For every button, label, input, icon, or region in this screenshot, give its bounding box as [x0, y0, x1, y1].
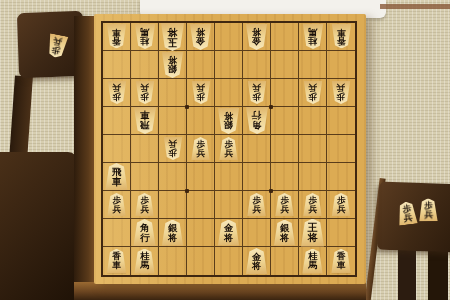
piece-kanji: 兵: [309, 205, 317, 213]
piece-kanji: 飛: [140, 121, 149, 130]
board-square-r6-c7[interactable]: [271, 163, 299, 191]
board-square-r8-c1[interactable]: [103, 219, 131, 247]
piece-kanji: 兵: [53, 37, 62, 47]
board-square-r3-c2[interactable]: 歩兵: [131, 79, 159, 107]
shogi-piece-金将-gote[interactable]: 金将: [245, 24, 268, 50]
piece-kanji: 桂: [140, 37, 149, 46]
shogi-piece-玉将-gote[interactable]: 玉将: [160, 23, 185, 51]
right-komadai-tray: 歩兵歩兵: [377, 182, 450, 253]
board-square-r5-c3[interactable]: 歩兵: [159, 135, 187, 163]
board-square-r8-c3[interactable]: 銀将: [159, 219, 187, 247]
shogi-piece-歩兵-sente[interactable]: 歩兵: [418, 198, 438, 221]
shogi-piece-歩兵-gote[interactable]: 歩兵: [163, 137, 183, 160]
board-square-r1-c4[interactable]: 金将: [187, 23, 215, 51]
right-komadai-leg: [428, 248, 448, 300]
board-square-r7-c4[interactable]: [187, 191, 215, 219]
piece-kanji: 香: [112, 37, 120, 46]
board-square-r2-c4[interactable]: [187, 51, 215, 79]
piece-kanji: 将: [308, 233, 318, 243]
piece-kanji: 馬: [308, 261, 317, 270]
piece-kanji: 桂: [308, 37, 317, 46]
shogi-piece-歩兵-sente[interactable]: 歩兵: [45, 33, 69, 59]
board-square-r6-c4[interactable]: [187, 163, 215, 191]
shogi-piece-桂馬-sente[interactable]: 桂馬: [134, 249, 156, 274]
board-square-r8-c2[interactable]: 角行: [131, 219, 159, 247]
shogi-piece-桂馬-sente[interactable]: 桂馬: [302, 249, 324, 274]
board-square-r6-c5[interactable]: [215, 163, 243, 191]
piece-kanji: 兵: [225, 149, 233, 157]
board-square-r2-c9[interactable]: [327, 51, 355, 79]
right-komadai-leg: [398, 248, 416, 300]
board-square-r4-c7[interactable]: [271, 107, 299, 135]
piece-kanji: 兵: [113, 84, 121, 92]
board-square-r5-c6[interactable]: [243, 135, 271, 163]
board-square-r9-c4[interactable]: [187, 247, 215, 275]
board-square-r5-c7[interactable]: [271, 135, 299, 163]
board-square-r6-c6[interactable]: [243, 163, 271, 191]
shogi-piece-香車-gote[interactable]: 香車: [331, 24, 352, 49]
shogi-piece-歩兵-gote[interactable]: 歩兵: [331, 81, 351, 104]
piece-kanji: 馬: [140, 28, 149, 37]
piece-kanji: 兵: [424, 210, 432, 218]
piece-kanji: 歩: [253, 93, 261, 101]
board-square-r4-c9[interactable]: [327, 107, 355, 135]
board-square-r1-c6[interactable]: 金将: [243, 23, 271, 51]
piece-kanji: 将: [168, 55, 177, 64]
piece-kanji: 馬: [140, 261, 149, 270]
piece-kanji: 角: [252, 121, 261, 130]
piece-kanji: 兵: [113, 205, 121, 213]
board-square-r4-c2[interactable]: 飛車: [131, 107, 159, 135]
piece-kanji: 兵: [141, 205, 149, 213]
piece-kanji: 兵: [337, 84, 345, 92]
board-square-r1-c5[interactable]: [215, 23, 243, 51]
shogi-piece-歩兵-sente[interactable]: 歩兵: [247, 193, 267, 216]
board-front-face: [74, 282, 366, 300]
board-square-r9-c1[interactable]: 香車: [103, 247, 131, 275]
shogi-piece-歩兵-gote[interactable]: 歩兵: [247, 81, 267, 104]
shogi-piece-桂馬-gote[interactable]: 桂馬: [302, 24, 324, 49]
piece-kanji: 兵: [281, 205, 289, 213]
board-square-r8-c4[interactable]: [187, 219, 215, 247]
board-square-r6-c2[interactable]: [131, 163, 159, 191]
board-square-r1-c7[interactable]: [271, 23, 299, 51]
piece-kanji: 将: [252, 261, 261, 270]
shogi-piece-飛車-gote[interactable]: 飛車: [133, 107, 157, 134]
board-square-r2-c5[interactable]: [215, 51, 243, 79]
piece-kanji: 香: [337, 37, 345, 46]
piece-kanji: 歩: [309, 93, 317, 101]
board-square-r4-c6[interactable]: 角行: [243, 107, 271, 135]
board-square-r7-c5[interactable]: [215, 191, 243, 219]
piece-kanji: 行: [252, 111, 261, 120]
shogi-piece-歩兵-sente[interactable]: 歩兵: [303, 193, 323, 216]
board-square-r2-c6[interactable]: [243, 51, 271, 79]
board-square-r8-c5[interactable]: 金将: [215, 219, 243, 247]
board-square-r3-c7[interactable]: [271, 79, 299, 107]
piece-kanji: 兵: [253, 84, 261, 92]
shogi-piece-王将-sente[interactable]: 王将: [300, 219, 325, 247]
piece-kanji: 行: [140, 233, 149, 242]
board-square-r7-c1[interactable]: 歩兵: [103, 191, 131, 219]
board-square-r1-c2[interactable]: 桂馬: [131, 23, 159, 51]
board-square-r5-c8[interactable]: [299, 135, 327, 163]
board-square-r3-c6[interactable]: 歩兵: [243, 79, 271, 107]
shogi-piece-桂馬-gote[interactable]: 桂馬: [134, 24, 156, 49]
board-square-r1-c1[interactable]: 香車: [103, 23, 131, 51]
piece-kanji: 車: [337, 261, 345, 270]
piece-kanji: 兵: [309, 84, 317, 92]
piece-kanji: 兵: [169, 140, 177, 148]
shogi-piece-歩兵-sente[interactable]: 歩兵: [135, 193, 155, 216]
shogi-piece-銀将-gote[interactable]: 銀将: [161, 52, 184, 78]
piece-kanji: 車: [112, 177, 121, 186]
board-square-r3-c5[interactable]: [215, 79, 243, 107]
shogi-piece-香車-sente[interactable]: 香車: [331, 249, 352, 274]
board-square-r7-c7[interactable]: 歩兵: [271, 191, 299, 219]
board-square-r1-c8[interactable]: 桂馬: [299, 23, 327, 51]
piece-kanji: 馬: [308, 28, 317, 37]
board-square-r5-c5[interactable]: 歩兵: [215, 135, 243, 163]
shogi-piece-角行-sente[interactable]: 角行: [133, 219, 157, 246]
board-square-r8-c6[interactable]: [243, 219, 271, 247]
piece-kanji: 車: [337, 28, 345, 37]
board-square-r7-c9[interactable]: 歩兵: [327, 191, 355, 219]
left-komadai-leg: [9, 75, 33, 160]
board-square-r8-c8[interactable]: 王将: [299, 219, 327, 247]
piece-kanji: 歩: [197, 93, 205, 101]
shogi-piece-歩兵-sente[interactable]: 歩兵: [396, 200, 419, 225]
board-square-r5-c9[interactable]: [327, 135, 355, 163]
shogi-piece-歩兵-sente[interactable]: 歩兵: [191, 137, 211, 160]
shogi-piece-銀将-gote[interactable]: 銀将: [217, 108, 240, 134]
piece-kanji: 歩: [141, 93, 149, 101]
board-square-r5-c1[interactable]: [103, 135, 131, 163]
piece-kanji: 歩: [113, 93, 121, 101]
piece-kanji: 兵: [253, 205, 261, 213]
board-square-r1-c9[interactable]: 香車: [327, 23, 355, 51]
piece-kanji: 将: [224, 111, 233, 120]
piece-kanji: 兵: [337, 205, 345, 213]
board-square-r7-c3[interactable]: [159, 191, 187, 219]
piece-kanji: 歩: [169, 149, 177, 157]
piece-kanji: 車: [112, 28, 120, 37]
board-square-r6-c9[interactable]: [327, 163, 355, 191]
piece-kanji: 将: [224, 233, 233, 242]
shogi-piece-銀将-sente[interactable]: 銀将: [273, 220, 296, 246]
board-square-r4-c4[interactable]: [187, 107, 215, 135]
shogi-piece-香車-sente[interactable]: 香車: [106, 249, 127, 274]
shogi-piece-銀将-sente[interactable]: 銀将: [161, 220, 184, 246]
shogi-piece-歩兵-sente[interactable]: 歩兵: [331, 193, 351, 216]
shogi-piece-歩兵-gote[interactable]: 歩兵: [191, 81, 211, 104]
piece-kanji: 将: [252, 27, 261, 36]
board-square-r7-c8[interactable]: 歩兵: [299, 191, 327, 219]
board-square-r9-c9[interactable]: 香車: [327, 247, 355, 275]
board-square-r2-c3[interactable]: 銀将: [159, 51, 187, 79]
piece-kanji: 車: [140, 111, 149, 120]
board-square-r4-c8[interactable]: [299, 107, 327, 135]
piece-kanji: 兵: [197, 149, 205, 157]
board-square-r9-c5[interactable]: [215, 247, 243, 275]
board-square-r7-c2[interactable]: 歩兵: [131, 191, 159, 219]
piece-kanji: 車: [112, 261, 120, 270]
board-square-r2-c8[interactable]: [299, 51, 327, 79]
shogi-piece-香車-gote[interactable]: 香車: [106, 24, 127, 49]
board-square-r9-c6[interactable]: 金将: [243, 247, 271, 275]
shogi-piece-歩兵-gote[interactable]: 歩兵: [135, 81, 155, 104]
board-square-r1-c3[interactable]: 玉将: [159, 23, 187, 51]
piece-kanji: 将: [280, 233, 289, 242]
shogi-piece-角行-gote[interactable]: 角行: [245, 107, 269, 134]
board-square-r3-c9[interactable]: 歩兵: [327, 79, 355, 107]
board-square-r4-c5[interactable]: 銀将: [215, 107, 243, 135]
board-square-r2-c2[interactable]: [131, 51, 159, 79]
shogi-piece-金将-gote[interactable]: 金将: [189, 24, 212, 50]
shogi-piece-歩兵-sente[interactable]: 歩兵: [107, 193, 127, 216]
board-square-r9-c7[interactable]: [271, 247, 299, 275]
shogi-piece-歩兵-gote[interactable]: 歩兵: [107, 81, 127, 104]
board-square-r6-c3[interactable]: [159, 163, 187, 191]
board-square-r3-c1[interactable]: 歩兵: [103, 79, 131, 107]
board-square-r9-c8[interactable]: 桂馬: [299, 247, 327, 275]
board-square-r2-c7[interactable]: [271, 51, 299, 79]
right-komadai: 歩兵歩兵: [377, 182, 450, 253]
board-square-r9-c3[interactable]: [159, 247, 187, 275]
board-square-r9-c2[interactable]: 桂馬: [131, 247, 159, 275]
shogi-piece-歩兵-sente[interactable]: 歩兵: [219, 137, 239, 160]
tatami-edge-trim: [380, 4, 450, 9]
piece-kanji: 兵: [197, 84, 205, 92]
board-square-r5-c2[interactable]: [131, 135, 159, 163]
board-square-r3-c8[interactable]: 歩兵: [299, 79, 327, 107]
shogi-piece-金将-sente[interactable]: 金将: [245, 248, 268, 274]
shogi-piece-飛車-sente[interactable]: 飛車: [105, 163, 129, 190]
piece-kanji: 歩: [337, 93, 345, 101]
board-square-r4-c3[interactable]: [159, 107, 187, 135]
board-square-r3-c3[interactable]: [159, 79, 187, 107]
board-square-r4-c1[interactable]: [103, 107, 131, 135]
shogi-piece-金将-sente[interactable]: 金将: [217, 220, 240, 246]
board-square-r3-c4[interactable]: 歩兵: [187, 79, 215, 107]
left-stool: [0, 152, 78, 300]
piece-kanji: 将: [196, 27, 205, 36]
board-square-r8-c9[interactable]: [327, 219, 355, 247]
piece-kanji: 兵: [403, 213, 412, 222]
shogi-piece-歩兵-sente[interactable]: 歩兵: [275, 193, 295, 216]
board-square-r7-c6[interactable]: 歩兵: [243, 191, 271, 219]
piece-kanji: 兵: [141, 84, 149, 92]
board-square-r6-c8[interactable]: [299, 163, 327, 191]
shogi-piece-歩兵-gote[interactable]: 歩兵: [303, 81, 323, 104]
scene: 歩兵 歩兵歩兵 香車桂馬玉将金将金将桂馬香車銀将歩兵歩兵歩兵歩兵歩兵歩兵飛車銀将…: [0, 0, 450, 300]
piece-kanji: 将: [168, 27, 178, 37]
board-square-r5-c4[interactable]: 歩兵: [187, 135, 215, 163]
board-grid: 香車桂馬玉将金将金将桂馬香車銀将歩兵歩兵歩兵歩兵歩兵歩兵飛車銀将角行歩兵歩兵歩兵…: [101, 21, 357, 277]
piece-kanji: 将: [168, 233, 177, 242]
board-square-r2-c1[interactable]: [103, 51, 131, 79]
board-square-r6-c1[interactable]: 飛車: [103, 163, 131, 191]
board-square-r8-c7[interactable]: 銀将: [271, 219, 299, 247]
